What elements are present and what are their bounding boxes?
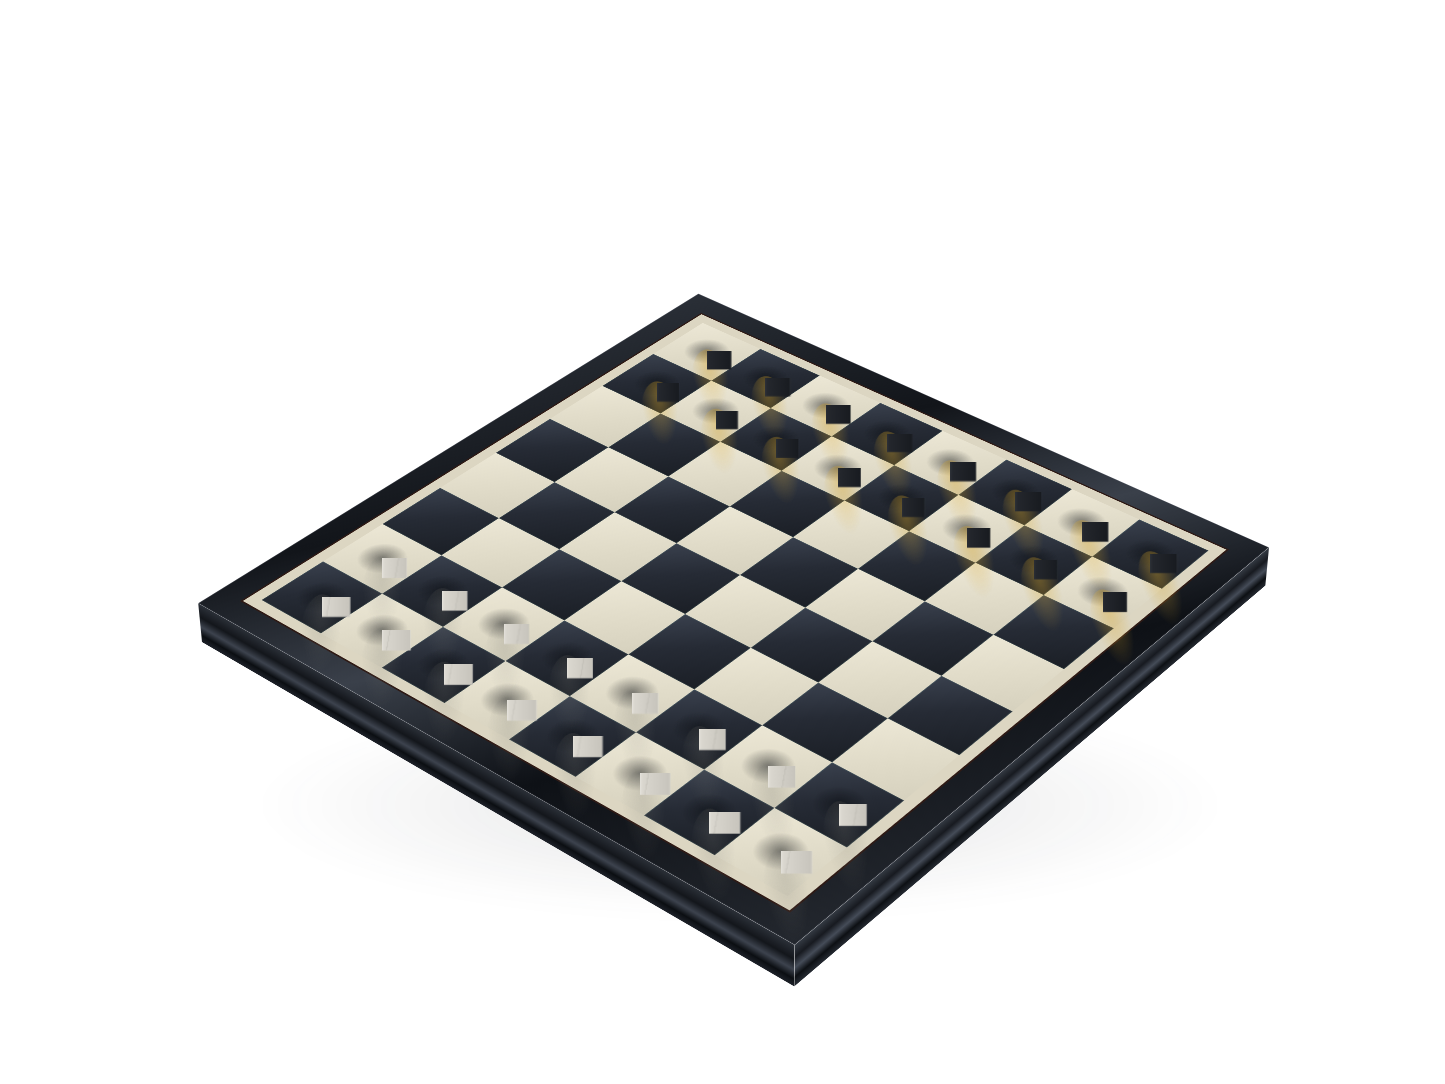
column-top-face	[294, 471, 351, 497]
rook-topper	[285, 427, 360, 479]
column-top-face	[925, 354, 976, 377]
square-e4	[685, 575, 805, 648]
square-e2	[570, 654, 695, 732]
square-c2	[443, 587, 564, 661]
column-top-face	[989, 382, 1041, 405]
column-top-face	[741, 274, 790, 296]
square-f2	[636, 689, 762, 769]
square-g4	[818, 641, 941, 718]
gold-wave-icon	[673, 209, 740, 255]
king-topper	[916, 311, 985, 363]
square-g1	[644, 770, 774, 856]
column-top-face	[801, 300, 851, 322]
square-d3	[564, 581, 685, 654]
square-g3	[762, 683, 888, 763]
square-c1	[382, 627, 506, 703]
gold-wave-icon	[1114, 398, 1187, 449]
square-h1	[715, 808, 847, 896]
column-top-face	[683, 248, 732, 270]
gold-teardrop-icon	[990, 328, 1040, 393]
pawn-topper	[361, 433, 403, 480]
column-top-face	[862, 326, 913, 349]
square-h5	[941, 635, 1064, 712]
gold-wave-icon	[285, 427, 360, 479]
gold-teardrop-icon	[801, 248, 849, 311]
square-h4	[888, 676, 1013, 755]
bishop-topper	[990, 328, 1040, 393]
square-h3	[832, 718, 959, 800]
square-e1	[509, 696, 636, 777]
square-g5	[872, 601, 993, 675]
square-d1	[445, 661, 570, 739]
gold-elbow-pipe-icon	[731, 197, 801, 290]
product-photo-scene	[0, 0, 1445, 1084]
square-h2	[774, 762, 904, 847]
queen-topper	[849, 290, 926, 336]
square-h6	[993, 595, 1113, 669]
square-b1	[321, 594, 443, 668]
square-f4	[751, 608, 873, 683]
rook-topper	[1114, 398, 1187, 449]
square-d2	[505, 620, 628, 696]
gold-sphere-icon	[361, 433, 403, 480]
gold-crown-icon	[916, 311, 985, 363]
gold-bowl-icon	[849, 290, 926, 336]
column-top-face	[1124, 441, 1178, 465]
square-f1	[576, 732, 705, 815]
square-f5	[805, 569, 924, 641]
bishop-topper	[801, 248, 849, 311]
square-e3	[628, 614, 750, 689]
square-f3	[694, 648, 818, 725]
gold-elbow-pipe-icon	[1045, 329, 1119, 428]
knight-topper	[1045, 329, 1119, 428]
column-top-face	[1056, 411, 1109, 434]
square-g2	[704, 725, 832, 808]
knight-topper	[731, 197, 801, 290]
rook-topper	[673, 209, 740, 255]
